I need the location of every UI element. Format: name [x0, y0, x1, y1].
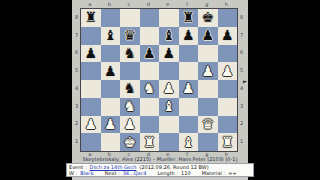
rank-label-8: 8: [73, 8, 80, 26]
square-h1: ♜: [218, 133, 238, 151]
rank-label-8: 8: [238, 8, 245, 26]
black-pawn: ♟: [84, 45, 97, 62]
rank-label-3: 3: [238, 97, 245, 115]
square-c5: [120, 62, 140, 80]
square-a3: [81, 98, 101, 116]
square-f8: ♜: [179, 9, 199, 27]
square-g5: ♟: [198, 62, 218, 80]
rank-label-6: 6: [238, 44, 245, 62]
white-pawn: ♟: [182, 80, 195, 97]
square-f5: [179, 62, 199, 80]
square-a5: [81, 62, 101, 80]
black-rook: ♜: [84, 9, 97, 26]
square-b3: [101, 98, 121, 116]
square-h8: [218, 9, 238, 27]
rank-label-2: 2: [73, 115, 80, 133]
square-c8: [120, 9, 140, 27]
file-label-f: f: [178, 1, 198, 7]
white-pawn: ♟: [123, 116, 136, 133]
rank-label-7: 7: [73, 26, 80, 44]
white-rook: ♜: [143, 134, 156, 151]
length-value: 110: [181, 170, 191, 176]
square-e7: ♝: [159, 27, 179, 45]
black-pawn: ♟: [221, 27, 234, 44]
rank-label-3: 3: [73, 97, 80, 115]
square-d5: [140, 62, 160, 80]
square-d6: ♟: [140, 45, 160, 63]
white-pawn: ♟: [104, 116, 117, 133]
square-a8: ♜: [81, 9, 101, 27]
square-h3: [218, 98, 238, 116]
square-d1: ♜: [140, 133, 160, 151]
rank-label-1: 1: [73, 132, 80, 150]
square-e4: ♟: [159, 80, 179, 98]
file-label-h: h: [217, 1, 237, 7]
white-bishop: ♝: [162, 98, 175, 115]
white-pawn: ♟: [221, 63, 234, 80]
white-pawn: ♟: [201, 63, 214, 80]
black-bishop: ♝: [162, 27, 175, 44]
square-c1: ♚: [120, 133, 140, 151]
square-f2: [179, 116, 199, 134]
black-knight: ♞: [123, 45, 136, 62]
white-queen: ♛: [201, 116, 214, 133]
file-labels-top: abcdefgh: [80, 1, 236, 7]
square-f1: ♝: [179, 133, 199, 151]
square-d3: [140, 98, 160, 116]
square-a4: [81, 80, 101, 98]
white-pawn: ♟: [84, 116, 97, 133]
square-h7: ♟: [218, 27, 238, 45]
file-label-d: d: [139, 1, 159, 7]
square-b2: ♟: [101, 116, 121, 134]
black-rook: ♜: [182, 9, 195, 26]
square-d2: [140, 116, 160, 134]
square-e6: ♟: [159, 45, 179, 63]
square-g2: ♛: [198, 116, 218, 134]
square-g1: [198, 133, 218, 151]
square-b8: [101, 9, 121, 27]
material-value: =+: [228, 170, 236, 176]
square-a1: [81, 133, 101, 151]
square-d8: [140, 9, 160, 27]
rank-label-2: 2: [238, 115, 245, 133]
square-e5: [159, 62, 179, 80]
square-g8: ♚: [198, 9, 218, 27]
square-e3: ♝: [159, 98, 179, 116]
square-b7: ♝: [101, 27, 121, 45]
square-g4: [198, 80, 218, 98]
square-c6: ♞: [120, 45, 140, 63]
square-h4: [218, 80, 238, 98]
file-label-e: e: [158, 1, 178, 7]
square-d7: [140, 27, 160, 45]
white-rook: ♜: [221, 134, 234, 151]
file-label-a: a: [80, 1, 100, 7]
square-e2: [159, 116, 179, 134]
white-pawn: ♟: [162, 80, 175, 97]
rank-labels-left: 87654321: [73, 8, 80, 150]
file-label-g: g: [197, 1, 217, 7]
rank-label-5: 5: [238, 61, 245, 79]
square-c3: ♞: [120, 98, 140, 116]
white-king: ♚: [123, 134, 136, 151]
side-to-move-value[interactable]: Black: [80, 170, 94, 176]
square-b1: [101, 133, 121, 151]
black-king: ♚: [201, 9, 214, 26]
file-label-c: c: [119, 1, 139, 7]
square-c4: ♞: [120, 80, 140, 98]
square-d4: ♞: [140, 80, 160, 98]
black-pawn: ♟: [162, 45, 175, 62]
black-pawn: ♟: [104, 63, 117, 80]
length-label: Length :: [158, 170, 179, 176]
square-b6: [101, 45, 121, 63]
rank-label-5: 5: [73, 61, 80, 79]
square-c7: ♛: [120, 27, 140, 45]
square-e8: [159, 9, 179, 27]
rank-label-1: 1: [238, 132, 245, 150]
square-a6: ♟: [81, 45, 101, 63]
square-g3: [198, 98, 218, 116]
square-e1: [159, 133, 179, 151]
mouse-cursor-icon: [243, 81, 248, 85]
white-knight: ♞: [123, 98, 136, 115]
status-row: W : Black Next : 34...Qxc4 Length : 110 …: [69, 170, 251, 176]
rank-labels-right: 87654321: [238, 8, 245, 150]
square-h5: ♟: [218, 62, 238, 80]
players-line: Skeytebriskaly, Alex (2215) – Mueller, H…: [72, 156, 248, 162]
square-a2: ♟: [81, 116, 101, 134]
side-to-move-label: W :: [69, 170, 77, 176]
chess-board: ♜♜♚♝♛♝♟♟♟♟♞♟♟♟♟♟♞♞♟♟♞♝♟♟♟♛♚♜♝♜: [80, 8, 238, 152]
square-g7: ♟: [198, 27, 218, 45]
rank-label-6: 6: [73, 44, 80, 62]
rank-label-4: 4: [73, 79, 80, 97]
white-bishop: ♝: [182, 134, 195, 151]
square-h6: [218, 45, 238, 63]
square-b4: [101, 80, 121, 98]
game-info-box: Event : Dsch za 14th Gsch (2012.09.26, R…: [66, 163, 254, 177]
black-bishop: ♝: [104, 27, 117, 44]
square-g6: [198, 45, 218, 63]
square-f4: ♟: [179, 80, 199, 98]
square-c2: ♟: [120, 116, 140, 134]
square-b5: ♟: [101, 62, 121, 80]
black-pawn: ♟: [143, 45, 156, 62]
next-move-label: Next :: [105, 170, 120, 176]
black-pawn: ♟: [182, 27, 195, 44]
square-h2: [218, 116, 238, 134]
square-a7: [81, 27, 101, 45]
rank-label-7: 7: [238, 26, 245, 44]
square-f3: [179, 98, 199, 116]
video-frame: abcdefgh 87654321 87654321 ♜♜♚♝♛♝♟♟♟♟♞♟♟…: [0, 0, 320, 180]
material-label: Material :: [202, 170, 226, 176]
white-knight: ♞: [143, 80, 156, 97]
square-f6: [179, 45, 199, 63]
black-pawn: ♟: [201, 27, 214, 44]
next-move-value[interactable]: 34...Qxc4: [123, 170, 147, 176]
black-queen: ♛: [123, 27, 136, 44]
square-f7: ♟: [179, 27, 199, 45]
black-knight: ♞: [123, 80, 136, 97]
file-label-b: b: [100, 1, 120, 7]
